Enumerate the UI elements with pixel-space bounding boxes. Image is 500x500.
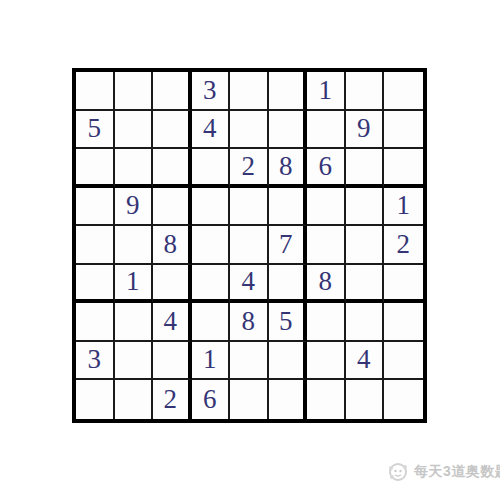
cell-r2c1: 5	[76, 111, 115, 150]
cell-r1c4: 3	[192, 72, 231, 111]
cell-r3c7: 6	[307, 149, 346, 188]
cell-r6c2: 1	[115, 265, 154, 304]
cell-r6c7: 8	[307, 265, 346, 304]
cell-r1c1[interactable]	[76, 72, 115, 111]
cell-r7c8[interactable]	[346, 303, 385, 342]
cell-r7c3: 4	[153, 303, 192, 342]
cell-r9c6[interactable]	[269, 380, 308, 419]
cell-r5c9: 2	[384, 226, 423, 265]
cell-r8c1: 3	[76, 342, 115, 381]
cell-r1c2[interactable]	[115, 72, 154, 111]
cell-r9c5[interactable]	[230, 380, 269, 419]
cell-r8c5[interactable]	[230, 342, 269, 381]
cell-r1c8[interactable]	[346, 72, 385, 111]
cell-r4c5[interactable]	[230, 188, 269, 227]
cell-r7c2[interactable]	[115, 303, 154, 342]
cell-r6c1[interactable]	[76, 265, 115, 304]
cell-r4c6[interactable]	[269, 188, 308, 227]
cell-r1c6[interactable]	[269, 72, 308, 111]
cell-r7c4[interactable]	[192, 303, 231, 342]
cell-r9c2[interactable]	[115, 380, 154, 419]
cell-r6c8[interactable]	[346, 265, 385, 304]
cell-r6c5: 4	[230, 265, 269, 304]
cell-r2c8: 9	[346, 111, 385, 150]
cell-r5c7[interactable]	[307, 226, 346, 265]
cell-r8c6[interactable]	[269, 342, 308, 381]
cell-r4c3[interactable]	[153, 188, 192, 227]
cell-r8c2[interactable]	[115, 342, 154, 381]
cell-r7c6: 5	[269, 303, 308, 342]
cell-r4c1[interactable]	[76, 188, 115, 227]
cell-r2c4: 4	[192, 111, 231, 150]
cell-r5c8[interactable]	[346, 226, 385, 265]
cell-r1c7: 1	[307, 72, 346, 111]
cell-r3c8[interactable]	[346, 149, 385, 188]
cell-r3c9[interactable]	[384, 149, 423, 188]
cell-r2c9[interactable]	[384, 111, 423, 150]
cell-r9c4: 6	[192, 380, 231, 419]
cell-r3c2[interactable]	[115, 149, 154, 188]
cell-r3c6: 8	[269, 149, 308, 188]
cell-r5c2[interactable]	[115, 226, 154, 265]
cell-r1c5[interactable]	[230, 72, 269, 111]
cell-r9c8[interactable]	[346, 380, 385, 419]
cell-r3c4[interactable]	[192, 149, 231, 188]
cell-r6c9[interactable]	[384, 265, 423, 304]
cell-r2c5[interactable]	[230, 111, 269, 150]
cell-r2c7[interactable]	[307, 111, 346, 150]
cell-r4c7[interactable]	[307, 188, 346, 227]
cell-r8c8: 4	[346, 342, 385, 381]
watermark: 每天3道奥数题	[386, 460, 500, 484]
cell-r6c6[interactable]	[269, 265, 308, 304]
cell-r6c4[interactable]	[192, 265, 231, 304]
cell-r4c8[interactable]	[346, 188, 385, 227]
cell-r5c1[interactable]	[76, 226, 115, 265]
cell-r6c3[interactable]	[153, 265, 192, 304]
cell-r9c9[interactable]	[384, 380, 423, 419]
cell-r4c9: 1	[384, 188, 423, 227]
cell-r9c1[interactable]	[76, 380, 115, 419]
cell-r7c5: 8	[230, 303, 269, 342]
watermark-text: 每天3道奥数题	[414, 463, 500, 481]
cell-r9c3: 2	[153, 380, 192, 419]
cell-r5c3: 8	[153, 226, 192, 265]
mascot-icon	[386, 460, 410, 484]
cell-r1c3[interactable]	[153, 72, 192, 111]
cell-r7c7[interactable]	[307, 303, 346, 342]
cell-r3c1[interactable]	[76, 149, 115, 188]
cell-r9c7[interactable]	[307, 380, 346, 419]
cell-r5c5[interactable]	[230, 226, 269, 265]
cell-r5c6: 7	[269, 226, 308, 265]
cell-r2c3[interactable]	[153, 111, 192, 150]
cell-r1c9[interactable]	[384, 72, 423, 111]
cell-r7c1[interactable]	[76, 303, 115, 342]
cell-r2c6[interactable]	[269, 111, 308, 150]
cell-r8c7[interactable]	[307, 342, 346, 381]
cell-r2c2[interactable]	[115, 111, 154, 150]
cell-r5c4[interactable]	[192, 226, 231, 265]
cell-r4c2: 9	[115, 188, 154, 227]
sudoku-board: 315492869187214848531426	[72, 68, 427, 423]
cell-r3c5: 2	[230, 149, 269, 188]
cell-r8c4: 1	[192, 342, 231, 381]
cell-r8c9[interactable]	[384, 342, 423, 381]
cell-r8c3[interactable]	[153, 342, 192, 381]
cell-r7c9[interactable]	[384, 303, 423, 342]
cell-r4c4[interactable]	[192, 188, 231, 227]
cell-r3c3[interactable]	[153, 149, 192, 188]
